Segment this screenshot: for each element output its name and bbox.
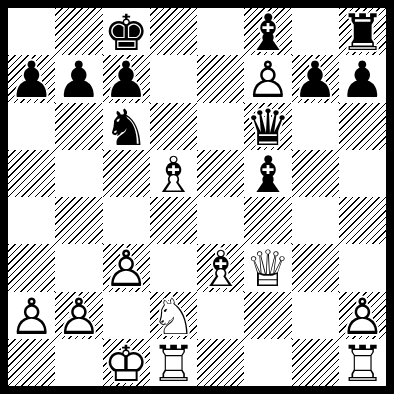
square-e4[interactable] [197,197,244,244]
square-g7[interactable]: ♟ [292,55,339,102]
square-b6[interactable] [55,103,102,150]
square-h7[interactable]: ♟ [339,55,386,102]
black-pawn-piece: ♟ [8,55,55,102]
piece-glyph: ♗ [151,150,196,200]
square-d8[interactable] [150,8,197,55]
white-bishop-piece: ♝♗ [150,150,197,197]
square-d3[interactable] [150,244,197,291]
square-g1[interactable] [292,339,339,386]
white-pawn-piece: ♟♙ [55,292,102,339]
white-knight-piece: ♞♘ [150,292,197,339]
square-g8[interactable] [292,8,339,55]
square-a7[interactable]: ♟ [8,55,55,102]
piece-glyph: ♘ [151,292,196,342]
white-rook-piece: ♜♖ [339,339,386,386]
piece-glyph: ♕ [245,244,290,294]
piece-glyph: ♟ [56,55,101,105]
square-e8[interactable] [197,8,244,55]
square-g6[interactable] [292,103,339,150]
square-d4[interactable] [150,197,197,244]
square-b5[interactable] [55,150,102,197]
piece-glyph: ♙ [104,244,149,294]
black-bishop-piece: ♝ [244,8,291,55]
square-a8[interactable] [8,8,55,55]
square-c7[interactable]: ♟ [103,55,150,102]
piece-glyph: ♙ [56,292,101,342]
square-c1[interactable]: ♚♔ [103,339,150,386]
chess-board: ♚♝♜♟♟♟♟♙♟♟♞♛♝♗♝♟♙♝♗♛♕♟♙♟♙♞♘♟♙♚♔♜♖♜♖ [0,0,394,394]
square-e5[interactable] [197,150,244,197]
piece-white-fill: ♟ [245,55,290,105]
piece-white-fill: ♟ [56,292,101,342]
square-a1[interactable] [8,339,55,386]
square-h3[interactable] [339,244,386,291]
black-queen-piece: ♛ [244,103,291,150]
piece-glyph: ♜ [340,8,385,58]
piece-glyph: ♗ [198,244,243,294]
square-h8[interactable]: ♜ [339,8,386,55]
square-h4[interactable] [339,197,386,244]
square-b7[interactable]: ♟ [55,55,102,102]
piece-glyph: ♖ [340,339,385,389]
square-e3[interactable]: ♝♗ [197,244,244,291]
black-pawn-piece: ♟ [339,55,386,102]
square-f8[interactable]: ♝ [244,8,291,55]
square-a4[interactable] [8,197,55,244]
piece-glyph: ♖ [151,339,196,389]
square-d2[interactable]: ♞♘ [150,292,197,339]
square-f7[interactable]: ♟♙ [244,55,291,102]
piece-white-fill: ♟ [340,292,385,342]
black-king-piece: ♚ [103,8,150,55]
square-f4[interactable] [244,197,291,244]
piece-glyph: ♟ [293,55,338,105]
square-b1[interactable] [55,339,102,386]
square-f5[interactable]: ♝ [244,150,291,197]
piece-white-fill: ♝ [198,244,243,294]
piece-white-fill: ♟ [104,244,149,294]
square-b3[interactable] [55,244,102,291]
square-f3[interactable]: ♛♕ [244,244,291,291]
square-c8[interactable]: ♚ [103,8,150,55]
black-pawn-piece: ♟ [55,55,102,102]
piece-glyph: ♟ [9,55,54,105]
piece-white-fill: ♝ [151,150,196,200]
white-pawn-piece: ♟♙ [339,292,386,339]
square-b8[interactable] [55,8,102,55]
white-bishop-piece: ♝♗ [197,244,244,291]
square-b2[interactable]: ♟♙ [55,292,102,339]
piece-glyph: ♟ [104,55,149,105]
square-h6[interactable] [339,103,386,150]
square-g2[interactable] [292,292,339,339]
square-h5[interactable] [339,150,386,197]
square-e1[interactable] [197,339,244,386]
square-d5[interactable]: ♝♗ [150,150,197,197]
white-rook-piece: ♜♖ [150,339,197,386]
black-rook-piece: ♜ [339,8,386,55]
piece-glyph: ♙ [9,292,54,342]
white-pawn-piece: ♟♙ [103,244,150,291]
black-bishop-piece: ♝ [244,150,291,197]
square-d6[interactable] [150,103,197,150]
piece-white-fill: ♜ [340,339,385,389]
square-e6[interactable] [197,103,244,150]
square-g5[interactable] [292,150,339,197]
square-e2[interactable] [197,292,244,339]
black-pawn-piece: ♟ [103,55,150,102]
white-queen-piece: ♛♕ [244,244,291,291]
square-g3[interactable] [292,244,339,291]
square-c5[interactable] [103,150,150,197]
piece-white-fill: ♟ [9,292,54,342]
square-g4[interactable] [292,197,339,244]
square-f2[interactable] [244,292,291,339]
piece-glyph: ♝ [245,150,290,200]
white-pawn-piece: ♟♙ [8,292,55,339]
square-c4[interactable] [103,197,150,244]
piece-white-fill: ♜ [151,339,196,389]
square-d1[interactable]: ♜♖ [150,339,197,386]
black-pawn-piece: ♟ [292,55,339,102]
square-a3[interactable] [8,244,55,291]
square-h1[interactable]: ♜♖ [339,339,386,386]
white-king-piece: ♚♔ [103,339,150,386]
piece-glyph: ♙ [245,55,290,105]
piece-glyph: ♛ [245,103,290,153]
piece-glyph: ♟ [340,55,385,105]
piece-white-fill: ♛ [245,244,290,294]
square-a5[interactable] [8,150,55,197]
square-f6[interactable]: ♛ [244,103,291,150]
square-d7[interactable] [150,55,197,102]
square-h2[interactable]: ♟♙ [339,292,386,339]
square-c2[interactable] [103,292,150,339]
square-e7[interactable] [197,55,244,102]
piece-glyph: ♙ [340,292,385,342]
square-c3[interactable]: ♟♙ [103,244,150,291]
piece-glyph: ♝ [245,8,290,58]
square-c6[interactable]: ♞ [103,103,150,150]
square-a2[interactable]: ♟♙ [8,292,55,339]
black-knight-piece: ♞ [103,103,150,150]
piece-white-fill: ♞ [151,292,196,342]
piece-white-fill: ♚ [104,339,149,389]
square-a6[interactable] [8,103,55,150]
square-f1[interactable] [244,339,291,386]
white-pawn-piece: ♟♙ [244,55,291,102]
piece-glyph: ♔ [104,339,149,389]
square-b4[interactable] [55,197,102,244]
piece-glyph: ♚ [104,8,149,58]
piece-glyph: ♞ [104,103,149,153]
